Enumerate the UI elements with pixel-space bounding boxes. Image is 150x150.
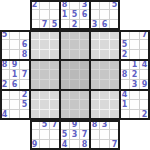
cell-r6c4[interactable]	[40, 60, 50, 70]
cell-r4c6[interactable]	[60, 40, 70, 50]
cell-r10c13[interactable]	[130, 100, 140, 110]
cell-r4c0[interactable]	[0, 40, 10, 50]
cell-r8c2[interactable]	[20, 80, 30, 90]
outside-board	[140, 10, 150, 20]
cell-r10c14[interactable]	[140, 100, 150, 110]
cell-r2c5-given[interactable]: 5	[50, 20, 60, 30]
cell-r3c2[interactable]	[20, 30, 30, 40]
cell-r11c7[interactable]	[70, 110, 80, 120]
outside-board	[10, 140, 20, 150]
outside-board	[130, 140, 140, 150]
cell-r10c2-given[interactable]: 5	[20, 100, 30, 110]
cell-r11c8[interactable]	[80, 110, 90, 120]
cell-r0c5[interactable]	[50, 0, 60, 10]
outside-board	[20, 140, 30, 150]
cell-r2c3[interactable]	[30, 20, 40, 30]
cell-r8c14-given[interactable]: 9	[140, 80, 150, 90]
cell-r10c1[interactable]	[10, 100, 20, 110]
cell-r1c9[interactable]	[90, 10, 100, 20]
cell-r12c6[interactable]	[60, 120, 70, 130]
cell-r10c8[interactable]	[80, 100, 90, 110]
cell-r8c5[interactable]	[50, 80, 60, 90]
outside-board	[0, 140, 10, 150]
flower-sudoku-page: 2835156752365765828914178226392451425798…	[0, 0, 150, 150]
cell-r2c10-given[interactable]: 6	[100, 20, 110, 30]
cell-r13c10[interactable]	[100, 130, 110, 140]
cell-r14c11-given[interactable]: 7	[110, 140, 120, 150]
cell-r13c11[interactable]	[110, 130, 120, 140]
cell-r9c7[interactable]	[70, 90, 80, 100]
outside-board	[120, 130, 130, 140]
cell-r4c2-given[interactable]: 6	[20, 40, 30, 50]
cell-r7c11[interactable]	[110, 70, 120, 80]
cell-r9c1[interactable]	[10, 90, 20, 100]
cell-r11c6[interactable]	[60, 110, 70, 120]
cell-r8c3[interactable]	[30, 80, 40, 90]
outside-board	[130, 130, 140, 140]
cell-r10c12-given[interactable]: 1	[120, 100, 130, 110]
cell-r8c9[interactable]	[90, 80, 100, 90]
cell-r8c7[interactable]	[70, 80, 80, 90]
cell-r14c3-given[interactable]: 9	[30, 140, 40, 150]
cell-r0c11-given[interactable]: 5	[110, 0, 120, 10]
cell-r5c11[interactable]	[110, 50, 120, 60]
cell-r7c14[interactable]	[140, 70, 150, 80]
outside-board	[140, 120, 150, 130]
cell-r4c8[interactable]	[80, 40, 90, 50]
outside-board	[20, 130, 30, 140]
cell-r3c3[interactable]	[30, 30, 40, 40]
cell-r0c8-given[interactable]: 3	[80, 0, 90, 10]
cell-r5c6[interactable]	[60, 50, 70, 60]
cell-r6c2[interactable]	[20, 60, 30, 70]
outside-board	[20, 0, 30, 10]
cell-r10c3[interactable]	[30, 100, 40, 110]
cell-r6c11[interactable]	[110, 60, 120, 70]
cell-r4c12-given[interactable]: 5	[120, 40, 130, 50]
cell-r8c1-given[interactable]: 6	[10, 80, 20, 90]
outside-board	[0, 120, 10, 130]
cell-r9c0[interactable]	[0, 90, 10, 100]
cell-r12c8[interactable]	[80, 120, 90, 130]
cell-r2c9-given[interactable]: 3	[90, 20, 100, 30]
cell-r13c9[interactable]	[90, 130, 100, 140]
cell-r12c3[interactable]	[30, 120, 40, 130]
cell-r12c5-given[interactable]: 7	[50, 120, 60, 130]
cell-r11c9[interactable]	[90, 110, 100, 120]
cell-r10c6[interactable]	[60, 100, 70, 110]
cell-r6c7[interactable]	[70, 60, 80, 70]
cell-r14c8-given[interactable]: 8	[80, 140, 90, 150]
cell-r9c4[interactable]	[40, 90, 50, 100]
outside-board	[130, 20, 140, 30]
outside-board	[120, 120, 130, 130]
cell-r6c0-given[interactable]: 8	[0, 60, 10, 70]
cell-r1c3[interactable]	[30, 10, 40, 20]
cell-r9c9[interactable]	[90, 90, 100, 100]
cell-r14c5[interactable]	[50, 140, 60, 150]
cell-r12c10-given[interactable]: 3	[100, 120, 110, 130]
cell-r4c11[interactable]	[110, 40, 120, 50]
outside-board	[140, 0, 150, 10]
cell-r7c3[interactable]	[30, 70, 40, 80]
outside-board	[0, 10, 10, 20]
cell-r5c14[interactable]	[140, 50, 150, 60]
cell-r3c7[interactable]	[70, 30, 80, 40]
cell-r13c3[interactable]	[30, 130, 40, 140]
cell-r1c5[interactable]	[50, 10, 60, 20]
cell-r3c5[interactable]	[50, 30, 60, 40]
cell-r6c12[interactable]	[120, 60, 130, 70]
cell-r9c2-given[interactable]: 2	[20, 90, 30, 100]
cell-r13c6-given[interactable]: 5	[60, 130, 70, 140]
cell-r10c7[interactable]	[70, 100, 80, 110]
cell-r1c6-given[interactable]: 1	[60, 10, 70, 20]
cell-r7c6[interactable]	[60, 70, 70, 80]
cell-r2c11[interactable]	[110, 20, 120, 30]
cell-r5c5[interactable]	[50, 50, 60, 60]
cell-r12c9-given[interactable]: 8	[90, 120, 100, 130]
outside-board	[120, 0, 130, 10]
outside-board	[10, 0, 20, 10]
cell-r13c7-given[interactable]: 3	[70, 130, 80, 140]
cell-r11c11[interactable]	[110, 110, 120, 120]
cell-r4c4[interactable]	[40, 40, 50, 50]
cell-r11c3[interactable]	[30, 110, 40, 120]
outside-board	[130, 10, 140, 20]
cell-r12c7-given[interactable]: 9	[70, 120, 80, 130]
cell-r13c5[interactable]	[50, 130, 60, 140]
cell-r9c3[interactable]	[30, 90, 40, 100]
cell-r10c9[interactable]	[90, 100, 100, 110]
cell-r7c9[interactable]	[90, 70, 100, 80]
cell-r8c10[interactable]	[100, 80, 110, 90]
cell-r6c8[interactable]	[80, 60, 90, 70]
cell-r6c6[interactable]	[60, 60, 70, 70]
cell-r9c13[interactable]	[130, 90, 140, 100]
cell-r10c4[interactable]	[40, 100, 50, 110]
cell-r4c14[interactable]	[140, 40, 150, 50]
outside-board	[20, 10, 30, 20]
cell-r13c4[interactable]	[40, 130, 50, 140]
cell-r5c3[interactable]	[30, 50, 40, 60]
cell-r7c2-given[interactable]: 7	[20, 70, 30, 80]
outside-board	[130, 0, 140, 10]
cell-r3c4[interactable]	[40, 30, 50, 40]
cell-r3c12[interactable]	[120, 30, 130, 40]
cell-r2c7-given[interactable]: 2	[70, 20, 80, 30]
cell-r9c5[interactable]	[50, 90, 60, 100]
outside-board	[10, 120, 20, 130]
outside-board	[130, 120, 140, 130]
cell-r11c12[interactable]	[120, 110, 130, 120]
cell-r10c0[interactable]	[0, 100, 10, 110]
outside-board	[20, 20, 30, 30]
cell-r9c14[interactable]	[140, 90, 150, 100]
cell-r7c13-given[interactable]: 2	[130, 70, 140, 80]
cell-r3c11[interactable]	[110, 30, 120, 40]
cell-r1c11[interactable]	[110, 10, 120, 20]
cell-r0c9[interactable]	[90, 0, 100, 10]
cell-r3c10[interactable]	[100, 30, 110, 40]
cell-r11c14-given[interactable]: 2	[140, 110, 150, 120]
cell-r14c7[interactable]	[70, 140, 80, 150]
cell-r6c5[interactable]	[50, 60, 60, 70]
cell-r1c8-given[interactable]: 6	[80, 10, 90, 20]
outside-board	[120, 20, 130, 30]
cell-r6c13-given[interactable]: 1	[130, 60, 140, 70]
cell-r7c10[interactable]	[100, 70, 110, 80]
cell-r9c8[interactable]	[80, 90, 90, 100]
cell-r5c8[interactable]	[80, 50, 90, 60]
cell-r7c4[interactable]	[40, 70, 50, 80]
cell-r3c14-given[interactable]: 7	[140, 30, 150, 40]
cell-r8c11[interactable]	[110, 80, 120, 90]
outside-board	[140, 20, 150, 30]
outside-board	[0, 130, 10, 140]
cell-r11c5[interactable]	[50, 110, 60, 120]
cell-r5c12-given[interactable]: 2	[120, 50, 130, 60]
outside-board	[0, 20, 10, 30]
cell-r12c11[interactable]	[110, 120, 120, 130]
cell-r1c4[interactable]	[40, 10, 50, 20]
cell-r4c9[interactable]	[90, 40, 100, 50]
cell-r7c0[interactable]	[0, 70, 10, 80]
cell-r11c13[interactable]	[130, 110, 140, 120]
cell-r3c9[interactable]	[90, 30, 100, 40]
cell-r6c10[interactable]	[100, 60, 110, 70]
cell-r10c10[interactable]	[100, 100, 110, 110]
cell-r14c9[interactable]	[90, 140, 100, 150]
cell-r8c0-given[interactable]: 2	[0, 80, 10, 90]
cell-r4c5[interactable]	[50, 40, 60, 50]
cell-r5c10[interactable]	[100, 50, 110, 60]
cell-r2c4-given[interactable]: 7	[40, 20, 50, 30]
cell-r0c10[interactable]	[100, 0, 110, 10]
cell-r9c6[interactable]	[60, 90, 70, 100]
cell-r8c4[interactable]	[40, 80, 50, 90]
outside-board	[10, 20, 20, 30]
cell-r0c7[interactable]	[70, 0, 80, 10]
cell-r7c12-given[interactable]: 8	[120, 70, 130, 80]
sudoku-board: 2835156752365765828914178226392451425798…	[0, 0, 150, 150]
cell-r0c6-given[interactable]: 8	[60, 0, 70, 10]
cell-r13c8-given[interactable]: 7	[80, 130, 90, 140]
cell-r11c10[interactable]	[100, 110, 110, 120]
cell-r14c4[interactable]	[40, 140, 50, 150]
cell-r10c11[interactable]	[110, 100, 120, 110]
outside-board	[20, 120, 30, 130]
cell-r5c2-given[interactable]: 8	[20, 50, 30, 60]
cell-r4c3[interactable]	[30, 40, 40, 50]
cell-r6c1-given[interactable]: 9	[10, 60, 20, 70]
outside-board	[120, 10, 130, 20]
cell-r9c10[interactable]	[100, 90, 110, 100]
cell-r11c4[interactable]	[40, 110, 50, 120]
cell-r3c13[interactable]	[130, 30, 140, 40]
cell-r7c5[interactable]	[50, 70, 60, 80]
cell-r5c7[interactable]	[70, 50, 80, 60]
cell-r14c6-given[interactable]: 4	[60, 140, 70, 150]
cell-r4c1[interactable]	[10, 40, 20, 50]
cell-r10c5[interactable]	[50, 100, 60, 110]
outside-board	[120, 140, 130, 150]
cell-r6c14-given[interactable]: 4	[140, 60, 150, 70]
cell-r5c4[interactable]	[40, 50, 50, 60]
cell-r3c0-given[interactable]: 5	[0, 30, 10, 40]
cell-r14c10[interactable]	[100, 140, 110, 150]
outside-board	[10, 10, 20, 20]
cell-r8c12[interactable]	[120, 80, 130, 90]
cell-r2c8[interactable]	[80, 20, 90, 30]
cell-r2c6[interactable]	[60, 20, 70, 30]
cell-r3c1[interactable]	[10, 30, 20, 40]
cell-r4c10[interactable]	[100, 40, 110, 50]
cell-r8c6[interactable]	[60, 80, 70, 90]
cell-r0c3-given[interactable]: 2	[30, 0, 40, 10]
cell-r9c12-given[interactable]: 4	[120, 90, 130, 100]
outside-board	[140, 130, 150, 140]
cell-r4c13[interactable]	[130, 40, 140, 50]
cell-r11c1[interactable]	[10, 110, 20, 120]
cell-r8c13-given[interactable]: 3	[130, 80, 140, 90]
cell-r11c2[interactable]	[20, 110, 30, 120]
outside-board	[0, 0, 10, 10]
cell-r6c9[interactable]	[90, 60, 100, 70]
cell-r4c7[interactable]	[70, 40, 80, 50]
cell-r5c9[interactable]	[90, 50, 100, 60]
outside-board	[10, 130, 20, 140]
cell-r6c3[interactable]	[30, 60, 40, 70]
cell-r1c7-given[interactable]: 5	[70, 10, 80, 20]
cell-r12c4-given[interactable]: 5	[40, 120, 50, 130]
cell-r5c0[interactable]	[0, 50, 10, 60]
cell-r11c0-given[interactable]: 4	[0, 110, 10, 120]
cell-r8c8[interactable]	[80, 80, 90, 90]
cell-r0c4[interactable]	[40, 0, 50, 10]
cell-r5c1[interactable]	[10, 50, 20, 60]
cell-r3c8[interactable]	[80, 30, 90, 40]
cell-r5c13[interactable]	[130, 50, 140, 60]
cell-r1c10[interactable]	[100, 10, 110, 20]
cell-r7c7[interactable]	[70, 70, 80, 80]
cell-r7c1-given[interactable]: 1	[10, 70, 20, 80]
cell-r3c6[interactable]	[60, 30, 70, 40]
cell-r7c8[interactable]	[80, 70, 90, 80]
cell-r9c11[interactable]	[110, 90, 120, 100]
outside-board	[140, 140, 150, 150]
